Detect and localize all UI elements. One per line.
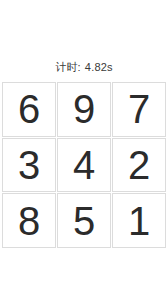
timer: 计时:4.82s [0,61,168,73]
number-grid: 6 9 7 3 4 2 8 5 1 [2,82,166,248]
timer-label: 计时: [55,61,81,73]
cell-r2c3[interactable]: 2 [112,138,166,193]
cell-r2c1[interactable]: 3 [2,138,56,193]
cell-r2c2[interactable]: 4 [57,138,111,193]
cell-r3c1[interactable]: 8 [2,193,56,248]
cell-r1c2[interactable]: 9 [57,82,111,137]
cell-r1c3[interactable]: 7 [112,82,166,137]
cell-r1c1[interactable]: 6 [2,82,56,137]
timer-value: 4.82s [85,61,113,73]
cell-r3c3[interactable]: 1 [112,193,166,248]
cell-r3c2[interactable]: 5 [57,193,111,248]
